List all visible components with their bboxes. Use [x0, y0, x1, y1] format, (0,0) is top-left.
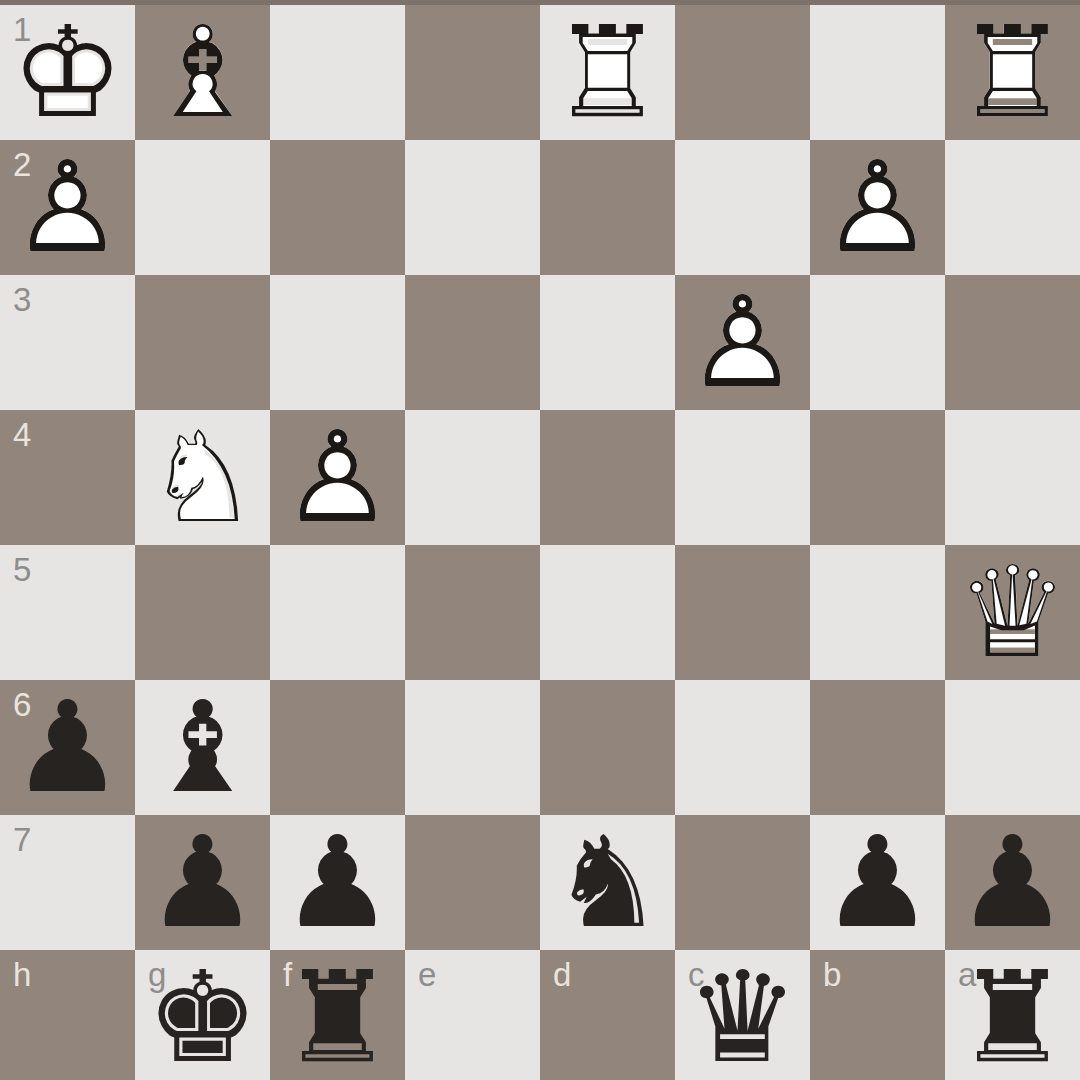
black-pawn[interactable]: ♟: [945, 815, 1080, 950]
rank-label-5: 5: [13, 552, 31, 588]
square-f6[interactable]: [270, 680, 405, 815]
square-b8[interactable]: b: [810, 950, 945, 1080]
white-knight-outline-glyph: ♘: [135, 410, 270, 545]
rank-label-7: 7: [13, 822, 31, 858]
square-a5[interactable]: ♛♕: [945, 545, 1080, 680]
white-pawn[interactable]: ♟♙: [270, 410, 405, 545]
file-label-b: b: [823, 957, 841, 993]
square-g3[interactable]: [135, 275, 270, 410]
white-rook-outline-glyph: ♖: [945, 5, 1080, 140]
black-pawn-glyph: ♟: [0, 680, 135, 815]
white-rook[interactable]: ♜♖: [945, 5, 1080, 140]
black-pawn-glyph: ♟: [270, 815, 405, 950]
square-f8[interactable]: f♜: [270, 950, 405, 1080]
square-d4[interactable]: [540, 410, 675, 545]
square-e5[interactable]: [405, 545, 540, 680]
square-e7[interactable]: [405, 815, 540, 950]
square-h1[interactable]: 1♚♔: [0, 5, 135, 140]
square-e3[interactable]: [405, 275, 540, 410]
square-e6[interactable]: [405, 680, 540, 815]
black-pawn[interactable]: ♟: [810, 815, 945, 950]
square-h6[interactable]: 6♟: [0, 680, 135, 815]
square-a1[interactable]: ♜♖: [945, 5, 1080, 140]
square-c4[interactable]: [675, 410, 810, 545]
chess-app-viewport: 1♚♔♝♗♜♖♜♖2♟♙♟♙3♟♙4♞♘♟♙5♛♕6♟♝7♟♟♞♟♟hg♚f♜e…: [0, 0, 1080, 1080]
square-b1[interactable]: [810, 5, 945, 140]
black-pawn-glyph: ♟: [135, 815, 270, 950]
square-c5[interactable]: [675, 545, 810, 680]
square-g2[interactable]: [135, 140, 270, 275]
square-d1[interactable]: ♜♖: [540, 5, 675, 140]
file-label-e: e: [418, 957, 436, 993]
black-rook[interactable]: ♜: [270, 950, 405, 1080]
square-a4[interactable]: [945, 410, 1080, 545]
square-g8[interactable]: g♚: [135, 950, 270, 1080]
square-d3[interactable]: [540, 275, 675, 410]
black-pawn-glyph: ♟: [945, 815, 1080, 950]
square-a6[interactable]: [945, 680, 1080, 815]
black-queen[interactable]: ♛: [675, 950, 810, 1080]
white-pawn-outline-glyph: ♙: [675, 275, 810, 410]
square-c7[interactable]: [675, 815, 810, 950]
white-rook-outline-glyph: ♖: [540, 5, 675, 140]
white-pawn-outline-glyph: ♙: [0, 140, 135, 275]
square-b5[interactable]: [810, 545, 945, 680]
black-pawn[interactable]: ♟: [270, 815, 405, 950]
square-g4[interactable]: ♞♘: [135, 410, 270, 545]
square-f2[interactable]: [270, 140, 405, 275]
white-king[interactable]: ♚♔: [0, 5, 135, 140]
square-d8[interactable]: d: [540, 950, 675, 1080]
white-pawn-outline-glyph: ♙: [810, 140, 945, 275]
square-b4[interactable]: [810, 410, 945, 545]
square-c6[interactable]: [675, 680, 810, 815]
white-bishop-outline-glyph: ♗: [135, 5, 270, 140]
square-h2[interactable]: 2♟♙: [0, 140, 135, 275]
black-king-glyph: ♚: [135, 950, 270, 1080]
square-a7[interactable]: ♟: [945, 815, 1080, 950]
square-e1[interactable]: [405, 5, 540, 140]
square-h4[interactable]: 4: [0, 410, 135, 545]
file-label-h: h: [13, 957, 31, 993]
square-g7[interactable]: ♟: [135, 815, 270, 950]
black-rook-glyph: ♜: [270, 950, 405, 1080]
white-queen[interactable]: ♛♕: [945, 545, 1080, 680]
white-queen-outline-glyph: ♕: [945, 545, 1080, 680]
square-a3[interactable]: [945, 275, 1080, 410]
square-f1[interactable]: [270, 5, 405, 140]
square-c1[interactable]: [675, 5, 810, 140]
square-a8[interactable]: a♜: [945, 950, 1080, 1080]
chessboard: 1♚♔♝♗♜♖♜♖2♟♙♟♙3♟♙4♞♘♟♙5♛♕6♟♝7♟♟♞♟♟hg♚f♜e…: [0, 5, 1080, 1080]
square-f7[interactable]: ♟: [270, 815, 405, 950]
black-queen-glyph: ♛: [675, 950, 810, 1080]
black-knight[interactable]: ♞: [540, 815, 675, 950]
square-f3[interactable]: [270, 275, 405, 410]
black-pawn[interactable]: ♟: [0, 680, 135, 815]
white-rook[interactable]: ♜♖: [540, 5, 675, 140]
square-d5[interactable]: [540, 545, 675, 680]
square-c3[interactable]: ♟♙: [675, 275, 810, 410]
square-h5[interactable]: 5: [0, 545, 135, 680]
square-f4[interactable]: ♟♙: [270, 410, 405, 545]
square-e4[interactable]: [405, 410, 540, 545]
black-rook[interactable]: ♜: [945, 950, 1080, 1080]
square-g6[interactable]: ♝: [135, 680, 270, 815]
square-g5[interactable]: [135, 545, 270, 680]
square-b6[interactable]: [810, 680, 945, 815]
square-h3[interactable]: 3: [0, 275, 135, 410]
file-label-d: d: [553, 957, 571, 993]
square-d7[interactable]: ♞: [540, 815, 675, 950]
white-knight[interactable]: ♞♘: [135, 410, 270, 545]
black-bishop[interactable]: ♝: [135, 680, 270, 815]
white-king-outline-glyph: ♔: [0, 5, 135, 140]
square-c8[interactable]: c♛: [675, 950, 810, 1080]
rank-label-4: 4: [13, 417, 31, 453]
square-e8[interactable]: e: [405, 950, 540, 1080]
white-bishop[interactable]: ♝♗: [135, 5, 270, 140]
black-pawn[interactable]: ♟: [135, 815, 270, 950]
black-king[interactable]: ♚: [135, 950, 270, 1080]
white-pawn[interactable]: ♟♙: [675, 275, 810, 410]
rank-label-3: 3: [13, 282, 31, 318]
square-d2[interactable]: [540, 140, 675, 275]
square-d6[interactable]: [540, 680, 675, 815]
black-rook-glyph: ♜: [945, 950, 1080, 1080]
square-c2[interactable]: [675, 140, 810, 275]
square-b7[interactable]: ♟: [810, 815, 945, 950]
white-pawn[interactable]: ♟♙: [810, 140, 945, 275]
square-b2[interactable]: ♟♙: [810, 140, 945, 275]
square-e2[interactable]: [405, 140, 540, 275]
square-g1[interactable]: ♝♗: [135, 5, 270, 140]
black-bishop-glyph: ♝: [135, 680, 270, 815]
square-f5[interactable]: [270, 545, 405, 680]
square-h7[interactable]: 7: [0, 815, 135, 950]
square-h8[interactable]: h: [0, 950, 135, 1080]
white-pawn-outline-glyph: ♙: [270, 410, 405, 545]
black-knight-glyph: ♞: [540, 815, 675, 950]
square-b3[interactable]: [810, 275, 945, 410]
black-pawn-glyph: ♟: [810, 815, 945, 950]
white-pawn[interactable]: ♟♙: [0, 140, 135, 275]
square-a2[interactable]: [945, 140, 1080, 275]
